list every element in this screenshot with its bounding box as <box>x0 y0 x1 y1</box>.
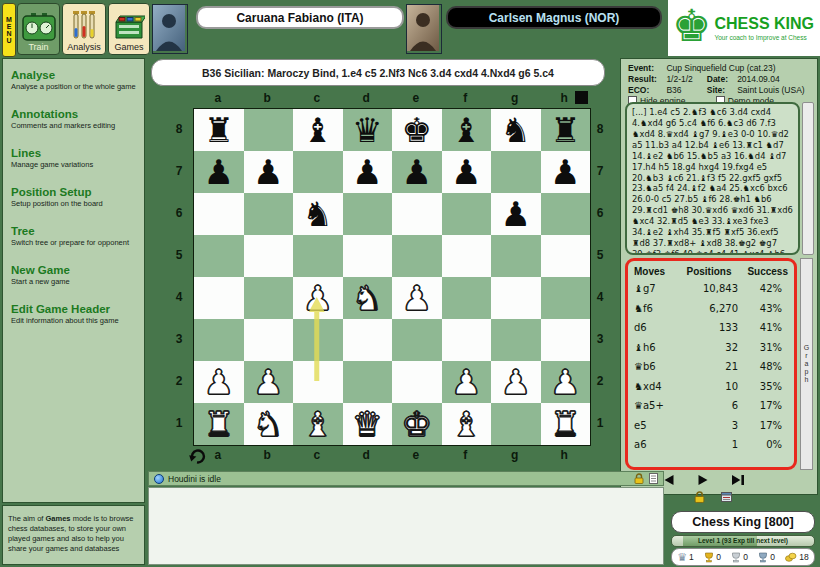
chess-king-app: MENU Train Analysis <box>0 0 820 567</box>
white-player-photo <box>152 4 188 54</box>
square-e8[interactable]: ♚ <box>392 109 442 151</box>
engine-status-bar: Houdini is idle <box>148 471 664 486</box>
file-label-g: g <box>490 447 540 463</box>
square-e2[interactable] <box>392 361 442 403</box>
gold-cup-count: 0 <box>716 552 721 562</box>
square-a3[interactable] <box>194 319 244 361</box>
result-label: Result: <box>628 74 664 84</box>
settings-icon[interactable] <box>721 491 732 503</box>
game-moves-text[interactable]: [...] 1.e4 c5 2.♞f3 ♞c6 3.d4 cxd4 4.♞xd4… <box>625 102 800 255</box>
square-d1[interactable]: ♛ <box>343 403 393 445</box>
engine-name: Chess King [800] <box>692 515 793 529</box>
file-labels-bottom: abcdefgh <box>193 447 589 463</box>
last-move-button[interactable] <box>731 474 745 486</box>
coins-icon <box>785 552 797 562</box>
site-value: Saint Louis (USA) <box>737 85 805 95</box>
white-queen-piece: ♛ <box>352 407 382 441</box>
stats-header-row: Moves Positions Success <box>634 266 788 277</box>
opening-tree-stats: Moves Positions Success ♝g710,84342%♞f66… <box>625 258 797 470</box>
level-text: Level 1 (93 Exp till next level) <box>672 537 814 544</box>
event-label: Event: <box>628 63 664 73</box>
graph-tab-label: Graph <box>803 344 810 384</box>
square-f3[interactable] <box>442 319 492 361</box>
chess-board[interactable]: ♜♝♛♚♝♞♜♟♟♟♟♟♟♞♟♟♞♟♟♟♟♟♟♜♞♝♛♚♝♜ <box>193 108 591 446</box>
train-button[interactable]: Train <box>17 3 60 55</box>
sidebar-item-title: Lines <box>11 147 140 159</box>
square-d4[interactable]: ♞ <box>343 277 393 319</box>
stats-cell: 41% <box>738 322 788 333</box>
rank-label-7: 7 <box>592 150 608 192</box>
stats-cell: 42% <box>738 283 788 294</box>
black-pawn-piece: ♟ <box>550 155 580 189</box>
square-h5[interactable] <box>541 235 591 277</box>
sidebar-item-new-game[interactable]: New GameStart a new game <box>11 264 140 286</box>
engine-status-icon <box>154 474 164 484</box>
moves-notation: [...] 1.e4 c5 2.♞f3 ♞c6 3.d4 cxd4 4.♞xd4… <box>632 107 793 255</box>
stats-cell: 6,270 <box>680 303 738 314</box>
square-h7[interactable]: ♟ <box>541 151 591 193</box>
sidebar-item-edit-game-header[interactable]: Edit Game HeaderEdit information about t… <box>11 303 140 325</box>
white-king-piece: ♚ <box>402 407 432 441</box>
chess-king-logo: ♚ CHESS KING Your coach to Improve at Ch… <box>668 0 820 56</box>
stats-row-d6[interactable]: d613341% <box>634 318 788 338</box>
black-player-name-label: Carlsen Magnus (NOR) <box>489 11 620 25</box>
stats-cell: ♞xd4 <box>634 381 680 392</box>
stats-cell: 0% <box>738 439 788 450</box>
stats-cell: 43% <box>738 303 788 314</box>
rank-label-8: 8 <box>592 108 608 150</box>
description-bold: Games <box>46 514 71 523</box>
square-b1[interactable]: ♞ <box>244 403 294 445</box>
sidebar-item-desc: Switch tree or prepare for opponent <box>11 238 140 247</box>
stats-cell: e5 <box>634 420 680 431</box>
silver-cup-counter: 0 <box>731 552 748 563</box>
engine-status-text: Houdini is idle <box>168 474 221 484</box>
file-label-f: f <box>441 447 491 463</box>
menu-strip[interactable]: MENU <box>2 3 16 57</box>
square-g3[interactable] <box>491 319 541 361</box>
date-label: Date: <box>707 74 735 84</box>
square-c1[interactable]: ♝ <box>293 403 343 445</box>
square-f5[interactable] <box>442 235 492 277</box>
coins-count: 18 <box>799 552 808 562</box>
sidebar-item-desc: Comments and markers editing <box>11 121 140 130</box>
stats-row-♝g7[interactable]: ♝g710,84342% <box>634 279 788 299</box>
sidebar-item-analyse[interactable]: AnalyseAnalyse a position or the whole g… <box>11 69 140 91</box>
description-text: The aim of <box>8 514 46 523</box>
profile-lock-icon[interactable] <box>694 491 705 503</box>
square-d2[interactable] <box>343 361 393 403</box>
square-e1[interactable]: ♚ <box>392 403 442 445</box>
games-label: Games <box>114 42 143 52</box>
black-pawn-piece: ♟ <box>352 155 382 189</box>
white-knight-piece: ♞ <box>352 281 382 315</box>
stats-row-♛b6[interactable]: ♛b62148% <box>634 357 788 377</box>
black-pawn-piece: ♟ <box>402 155 432 189</box>
square-a5[interactable] <box>194 235 244 277</box>
sidebar-item-lines[interactable]: LinesManage game variations <box>11 147 140 169</box>
stats-cell: 3 <box>680 420 738 431</box>
square-d7[interactable]: ♟ <box>343 151 393 193</box>
stats-cell: ♝h6 <box>634 342 680 353</box>
eco-label: ECO: <box>628 85 664 95</box>
sidebar-item-annotations[interactable]: AnnotationsComments and markers editing <box>11 108 140 130</box>
menu-label: MENU <box>6 16 13 44</box>
stats-cell: 10,843 <box>680 283 738 294</box>
sidebar-item-position-setup[interactable]: Position SetupSetup position on the boar… <box>11 186 140 208</box>
black-bishop-piece: ♝ <box>451 113 481 147</box>
square-e3[interactable] <box>392 319 442 361</box>
stats-row-♛a5+[interactable]: ♛a5+617% <box>634 396 788 416</box>
file-labels-top: abcdefgh <box>193 90 589 106</box>
white-bishop-piece: ♝ <box>451 407 481 441</box>
stats-cell: 17% <box>738 420 788 431</box>
profile-icons <box>694 491 732 503</box>
gold-cup-counter: 0 <box>704 552 721 563</box>
square-b7[interactable]: ♟ <box>244 151 294 193</box>
bronze-cup-counter: 0 <box>758 552 775 563</box>
square-b4[interactable] <box>244 277 294 319</box>
square-g7[interactable] <box>491 151 541 193</box>
stats-cell: 32 <box>680 342 738 353</box>
stats-cell: a6 <box>634 439 680 450</box>
square-h8[interactable]: ♜ <box>541 109 591 151</box>
file-label-d: d <box>342 447 392 463</box>
stats-cell: ♛b6 <box>634 361 680 372</box>
lock-icon[interactable] <box>634 473 644 484</box>
sidebar-item-desc: Start a new game <box>11 277 140 286</box>
rank-label-1: 1 <box>592 402 608 444</box>
black-bishop-piece: ♝ <box>303 113 333 147</box>
rank-label-2: 2 <box>171 360 187 402</box>
sidebar-item-title: Edit Game Header <box>11 303 140 315</box>
file-label-g: g <box>490 90 540 106</box>
rank-label-2: 2 <box>592 360 608 402</box>
stats-cell: ♞f6 <box>634 303 680 314</box>
square-h1[interactable]: ♜ <box>541 403 591 445</box>
black-pawn-piece: ♟ <box>253 155 283 189</box>
stats-cell: 21 <box>680 361 738 372</box>
stats-row-♞f6[interactable]: ♞f66,27043% <box>634 299 788 319</box>
date-value: 2014.09.04 <box>737 74 780 84</box>
bronze-cup-icon <box>758 552 768 563</box>
bronze-cup-count: 0 <box>770 552 775 562</box>
square-f4[interactable] <box>442 277 492 319</box>
white-pawn-piece: ♟ <box>451 365 481 399</box>
stats-cell: 48% <box>738 361 788 372</box>
black-pawn-piece: ♟ <box>501 197 531 231</box>
eco-value: B36 <box>666 85 704 95</box>
square-h3[interactable] <box>541 319 591 361</box>
square-g4[interactable] <box>491 277 541 319</box>
stats-cell: d6 <box>634 322 680 333</box>
logo-title: CHESS KING <box>714 16 814 32</box>
logo-subtitle: Your coach to Improve at Chess <box>714 34 814 41</box>
sidebar-item-desc: Manage game variations <box>11 160 140 169</box>
black-rook-piece: ♜ <box>204 113 234 147</box>
stats-row-♝h6[interactable]: ♝h63231% <box>634 338 788 358</box>
notes-icon[interactable] <box>649 473 658 484</box>
card-file-icon <box>113 12 145 42</box>
square-b2[interactable]: ♟ <box>244 361 294 403</box>
games-button[interactable]: Games <box>108 3 150 55</box>
square-g6[interactable]: ♟ <box>491 193 541 235</box>
site-label: Site: <box>707 85 735 95</box>
black-rook-piece: ♜ <box>550 113 580 147</box>
square-e4[interactable]: ♟ <box>392 277 442 319</box>
stats-header-moves: Moves <box>634 266 680 277</box>
queen-counter: ♛ 1 <box>677 552 694 563</box>
white-pawn-piece: ♟ <box>303 281 333 315</box>
rank-label-3: 3 <box>171 318 187 360</box>
stats-cell: 6 <box>680 400 738 411</box>
file-label-b: b <box>243 90 293 106</box>
black-pawn-piece: ♟ <box>204 155 234 189</box>
square-c4[interactable]: ♟ <box>293 277 343 319</box>
square-e6[interactable] <box>392 193 442 235</box>
stats-cell: ♛a5+ <box>634 400 680 411</box>
square-g1[interactable] <box>491 403 541 445</box>
square-f6[interactable] <box>442 193 492 235</box>
event-line: Event: Cup Sinquefield Cup (cat.23) <box>628 63 776 73</box>
white-pawn-piece: ♟ <box>204 365 234 399</box>
black-king-piece: ♚ <box>402 113 432 147</box>
rank-labels-left: 87654321 <box>171 108 187 444</box>
stats-header-success: Success <box>738 266 788 277</box>
file-label-b: b <box>243 447 293 463</box>
white-pawn-piece: ♟ <box>402 281 432 315</box>
prev-move-button[interactable] <box>663 474 675 486</box>
engine-name-badge[interactable]: Chess King [800] <box>671 511 815 533</box>
rank-label-4: 4 <box>592 276 608 318</box>
stats-cell: 1 <box>680 439 738 450</box>
file-label-c: c <box>292 90 342 106</box>
sidebar-item-title: Analyse <box>11 69 140 81</box>
file-label-a: a <box>193 90 243 106</box>
sidebar-item-tree[interactable]: TreeSwitch tree or prepare for opponent <box>11 225 140 247</box>
file-label-h: h <box>540 447 590 463</box>
square-c7[interactable] <box>293 151 343 193</box>
rank-label-7: 7 <box>171 150 187 192</box>
achievements-row: ♛ 1 0 0 0 <box>671 548 815 566</box>
black-knight-piece: ♞ <box>303 197 333 231</box>
square-b3[interactable] <box>244 319 294 361</box>
king-logo-icon: ♚ <box>672 4 711 48</box>
square-g5[interactable] <box>491 235 541 277</box>
chess-clock-icon <box>22 12 56 42</box>
square-b8[interactable] <box>244 109 294 151</box>
square-e7[interactable]: ♟ <box>392 151 442 193</box>
eco-line: ECO: B36 Site: Saint Louis (USA) <box>628 85 805 95</box>
square-c2[interactable] <box>293 361 343 403</box>
graph-tab[interactable]: Graph <box>800 258 813 470</box>
flip-board-button[interactable] <box>188 448 208 465</box>
black-knight-piece: ♞ <box>501 113 531 147</box>
sidebar-item-desc: Analyse a position or the whole game <box>11 82 140 91</box>
silver-cup-count: 0 <box>743 552 748 562</box>
stats-cell: ♝g7 <box>634 283 680 294</box>
file-label-d: d <box>342 90 392 106</box>
white-pawn-piece: ♟ <box>501 365 531 399</box>
square-a2[interactable]: ♟ <box>194 361 244 403</box>
stats-cell: 17% <box>738 400 788 411</box>
square-d8[interactable]: ♛ <box>343 109 393 151</box>
opening-name-bar: B36 Sicilian: Maroczy Bind, 1.e4 c5 2.Nf… <box>151 59 605 86</box>
test-tubes-icon <box>69 10 99 42</box>
square-a4[interactable] <box>194 277 244 319</box>
queen-icon: ♛ <box>677 552 687 563</box>
sidebar-item-desc: Edit information about this game <box>11 316 140 325</box>
square-d6[interactable] <box>343 193 393 235</box>
square-a7[interactable]: ♟ <box>194 151 244 193</box>
square-a8[interactable]: ♜ <box>194 109 244 151</box>
sidebar-item-title: New Game <box>11 264 140 276</box>
square-b6[interactable] <box>244 193 294 235</box>
train-label: Train <box>28 42 48 52</box>
white-rook-piece: ♜ <box>550 407 580 441</box>
sidebar: AnalyseAnalyse a position or the whole g… <box>2 58 145 503</box>
games-mode-description: The aim of Games mode is to browse chess… <box>2 505 145 565</box>
next-move-button[interactable] <box>697 474 709 486</box>
analysis-label: Analysis <box>67 42 101 52</box>
stats-cell: 133 <box>680 322 738 333</box>
rank-labels-right: 87654321 <box>592 108 608 444</box>
rank-label-3: 3 <box>592 318 608 360</box>
file-label-c: c <box>292 447 342 463</box>
stats-cell: 10 <box>680 381 738 392</box>
moves-scrollbar[interactable] <box>802 102 814 255</box>
stats-row-♞xd4[interactable]: ♞xd41035% <box>634 377 788 397</box>
stats-cell: 31% <box>738 342 788 353</box>
square-h4[interactable] <box>541 277 591 319</box>
white-pawn-piece: ♟ <box>253 365 283 399</box>
gold-cup-icon <box>704 552 714 563</box>
black-queen-piece: ♛ <box>352 113 382 147</box>
white-player-name: Caruana Fabiano (ITA) <box>196 6 404 29</box>
stats-row-a6[interactable]: a610% <box>634 435 788 455</box>
coins-counter: 18 <box>785 552 808 562</box>
square-b5[interactable] <box>244 235 294 277</box>
file-label-e: e <box>391 447 441 463</box>
square-h6[interactable] <box>541 193 591 235</box>
square-c5[interactable] <box>293 235 343 277</box>
white-rook-piece: ♜ <box>204 407 234 441</box>
rank-label-8: 8 <box>171 108 187 150</box>
black-pawn-piece: ♟ <box>451 155 481 189</box>
file-label-e: e <box>391 90 441 106</box>
rank-label-1: 1 <box>171 402 187 444</box>
engine-output-area[interactable] <box>148 487 664 565</box>
square-a1[interactable]: ♜ <box>194 403 244 445</box>
rank-label-5: 5 <box>592 234 608 276</box>
sidebar-item-title: Tree <box>11 225 140 237</box>
level-progress-bar: Level 1 (93 Exp till next level) <box>671 535 815 547</box>
analysis-button[interactable]: Analysis <box>62 3 106 55</box>
square-a6[interactable] <box>194 193 244 235</box>
game-info-panel: Event: Cup Sinquefield Cup (cat.23) Resu… <box>620 58 818 495</box>
stats-row-e5[interactable]: e5317% <box>634 416 788 436</box>
white-knight-piece: ♞ <box>253 407 283 441</box>
event-value: Cup Sinquefield Cup (cat.23) <box>666 63 775 73</box>
sidebar-item-desc: Setup position on the board <box>11 199 140 208</box>
square-h2[interactable]: ♟ <box>541 361 591 403</box>
square-f8[interactable]: ♝ <box>442 109 492 151</box>
square-g8[interactable]: ♞ <box>491 109 541 151</box>
rank-label-4: 4 <box>171 276 187 318</box>
white-player-name-label: Caruana Fabiano (ITA) <box>236 11 363 25</box>
stats-cell: 35% <box>738 381 788 392</box>
square-d3[interactable] <box>343 319 393 361</box>
queen-count: 1 <box>689 552 694 562</box>
rank-label-6: 6 <box>592 192 608 234</box>
side-to-move-indicator <box>575 91 588 104</box>
square-c3[interactable] <box>293 319 343 361</box>
square-c6[interactable]: ♞ <box>293 193 343 235</box>
silver-cup-icon <box>731 552 741 563</box>
square-g2[interactable]: ♟ <box>491 361 541 403</box>
square-c8[interactable]: ♝ <box>293 109 343 151</box>
black-player-photo <box>406 4 442 54</box>
rank-label-6: 6 <box>171 192 187 234</box>
square-f1[interactable]: ♝ <box>442 403 492 445</box>
result-value: 1/2-1/2 <box>666 74 704 84</box>
result-line: Result: 1/2-1/2 Date: 2014.09.04 <box>628 74 780 84</box>
stats-header-positions: Positions <box>680 266 738 277</box>
sidebar-item-title: Position Setup <box>11 186 140 198</box>
square-f2[interactable]: ♟ <box>442 361 492 403</box>
flip-board-icon <box>188 448 208 465</box>
black-player-name: Carlsen Magnus (NOR) <box>446 6 662 29</box>
rank-label-5: 5 <box>171 234 187 276</box>
square-f7[interactable]: ♟ <box>442 151 492 193</box>
square-e5[interactable] <box>392 235 442 277</box>
square-d5[interactable] <box>343 235 393 277</box>
file-label-f: f <box>441 90 491 106</box>
white-pawn-piece: ♟ <box>550 365 580 399</box>
opening-name: B36 Sicilian: Maroczy Bind, 1.e4 c5 2.Nf… <box>202 67 554 79</box>
sidebar-item-title: Annotations <box>11 108 140 120</box>
white-bishop-piece: ♝ <box>303 407 333 441</box>
